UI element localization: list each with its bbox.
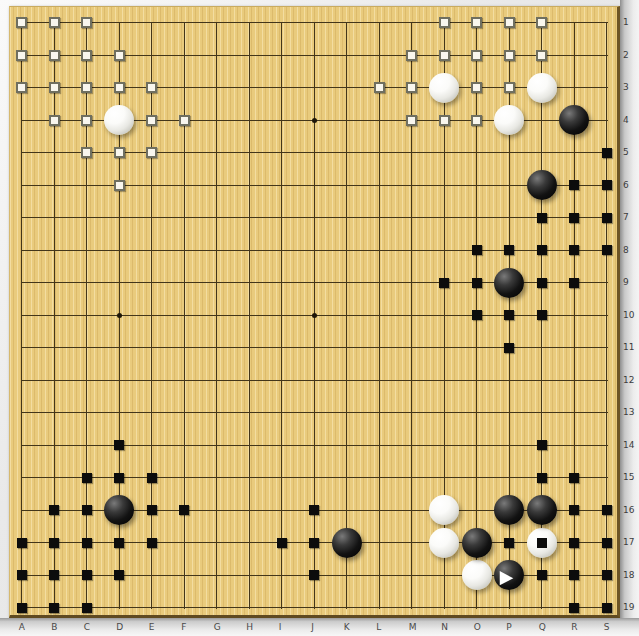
white-square-marker xyxy=(49,17,60,28)
grid-line-horizontal xyxy=(22,250,608,251)
column-label: R xyxy=(571,623,577,632)
white-square-marker xyxy=(406,50,417,61)
white-square-marker xyxy=(504,50,515,61)
column-label: B xyxy=(51,623,57,632)
grid-line-vertical xyxy=(346,23,347,609)
row-label: 2 xyxy=(623,51,629,60)
white-square-marker xyxy=(16,17,27,28)
white-stone[interactable] xyxy=(429,73,459,103)
column-label: D xyxy=(116,623,123,632)
white-square-marker xyxy=(81,17,92,28)
black-square-marker xyxy=(602,180,612,190)
black-square-marker xyxy=(569,538,579,548)
black-square-marker xyxy=(602,538,612,548)
white-square-marker xyxy=(81,50,92,61)
row-label: 16 xyxy=(623,506,634,515)
white-square-marker xyxy=(114,147,125,158)
row-label: 12 xyxy=(623,376,634,385)
star-point xyxy=(312,313,317,318)
black-square-marker xyxy=(17,538,27,548)
column-label: H xyxy=(246,623,253,632)
row-label: 17 xyxy=(623,538,634,547)
black-stone[interactable] xyxy=(527,495,557,525)
white-square-marker xyxy=(81,82,92,93)
black-square-marker xyxy=(17,570,27,580)
black-square-marker xyxy=(82,570,92,580)
black-square-marker xyxy=(472,310,482,320)
white-square-marker xyxy=(439,50,450,61)
grid-line-vertical xyxy=(606,23,607,609)
white-square-marker xyxy=(374,82,385,93)
white-square-marker xyxy=(439,17,450,28)
row-label: 7 xyxy=(623,213,629,222)
black-square-marker xyxy=(114,538,124,548)
grid-line-vertical xyxy=(184,23,185,609)
black-square-marker xyxy=(569,570,579,580)
grid-line-horizontal xyxy=(22,380,608,381)
black-square-marker xyxy=(504,538,514,548)
black-square-marker xyxy=(114,473,124,483)
row-label: 10 xyxy=(623,311,634,320)
black-square-marker xyxy=(82,505,92,515)
black-square-marker xyxy=(569,473,579,483)
black-square-marker xyxy=(537,570,547,580)
row-label: 18 xyxy=(623,571,634,580)
black-stone[interactable] xyxy=(332,528,362,558)
black-square-marker xyxy=(49,603,59,613)
row-label: 5 xyxy=(623,148,629,157)
grid-line-vertical xyxy=(86,23,87,609)
black-square-marker xyxy=(82,603,92,613)
black-square-marker xyxy=(439,278,449,288)
white-square-marker xyxy=(471,17,482,28)
column-label: K xyxy=(344,623,350,632)
grid-line-vertical xyxy=(249,23,250,609)
black-square-marker xyxy=(569,505,579,515)
grid-line-horizontal xyxy=(22,347,608,348)
black-stone[interactable] xyxy=(494,268,524,298)
black-square-marker xyxy=(504,310,514,320)
black-square-marker xyxy=(569,245,579,255)
go-board-diagram: 12345678910111213141516171819ABCDEFGHIJK… xyxy=(0,0,639,636)
row-label: 8 xyxy=(623,246,629,255)
black-square-marker xyxy=(49,505,59,515)
black-square-marker xyxy=(147,538,157,548)
white-square-marker xyxy=(179,115,190,126)
black-square-marker xyxy=(82,473,92,483)
black-square-marker xyxy=(472,278,482,288)
black-square-marker xyxy=(537,278,547,288)
black-square-marker xyxy=(537,213,547,223)
column-label: S xyxy=(604,623,610,632)
grid-line-vertical xyxy=(281,23,282,609)
black-square-marker xyxy=(82,538,92,548)
grid-line-horizontal xyxy=(22,152,608,153)
black-square-marker xyxy=(569,213,579,223)
black-square-marker xyxy=(569,180,579,190)
stone-mark-black-square xyxy=(537,538,547,548)
black-square-marker xyxy=(277,538,287,548)
black-square-marker xyxy=(17,603,27,613)
white-square-marker xyxy=(81,115,92,126)
black-square-marker xyxy=(569,603,579,613)
white-square-marker xyxy=(146,115,157,126)
row-label-strip xyxy=(620,0,639,618)
white-square-marker xyxy=(146,82,157,93)
black-square-marker xyxy=(504,245,514,255)
row-label: 11 xyxy=(623,343,634,352)
column-label: O xyxy=(474,623,481,632)
black-stone[interactable] xyxy=(527,170,557,200)
white-square-marker xyxy=(504,17,515,28)
white-square-marker xyxy=(49,50,60,61)
grid-line-vertical xyxy=(21,23,22,609)
black-square-marker xyxy=(602,505,612,515)
black-square-marker xyxy=(537,245,547,255)
black-square-marker xyxy=(472,245,482,255)
white-square-marker xyxy=(536,50,547,61)
grid-line-vertical xyxy=(216,23,217,609)
white-square-marker xyxy=(504,82,515,93)
row-label: 14 xyxy=(623,441,634,450)
white-square-marker xyxy=(471,82,482,93)
row-label: 6 xyxy=(623,181,629,190)
black-square-marker xyxy=(179,505,189,515)
white-square-marker xyxy=(406,115,417,126)
black-square-marker xyxy=(114,440,124,450)
white-square-marker xyxy=(81,147,92,158)
column-label: J xyxy=(311,623,314,632)
white-square-marker xyxy=(114,180,125,191)
black-square-marker xyxy=(537,440,547,450)
star-point xyxy=(312,118,317,123)
white-stone[interactable] xyxy=(527,73,557,103)
grid-line-horizontal xyxy=(22,22,608,23)
black-square-marker xyxy=(602,148,612,158)
grid-line-horizontal xyxy=(22,412,608,413)
row-label: 3 xyxy=(623,83,629,92)
black-square-marker xyxy=(49,538,59,548)
black-square-marker xyxy=(537,473,547,483)
grid-line-vertical xyxy=(54,23,55,609)
star-point xyxy=(117,313,122,318)
white-square-marker xyxy=(114,50,125,61)
grid-line-vertical xyxy=(379,23,380,609)
white-square-marker xyxy=(49,82,60,93)
black-square-marker xyxy=(602,603,612,613)
black-square-marker xyxy=(569,278,579,288)
black-square-marker xyxy=(309,570,319,580)
black-square-marker xyxy=(49,570,59,580)
row-label: 1 xyxy=(623,18,629,27)
white-square-marker xyxy=(146,147,157,158)
white-square-marker xyxy=(406,82,417,93)
column-label: M xyxy=(409,623,417,632)
white-square-marker xyxy=(471,115,482,126)
white-stone[interactable] xyxy=(429,528,459,558)
black-square-marker xyxy=(602,245,612,255)
grid-line-horizontal xyxy=(22,607,608,608)
white-square-marker xyxy=(439,115,450,126)
black-square-marker xyxy=(309,538,319,548)
column-label: E xyxy=(149,623,155,632)
row-label: 4 xyxy=(623,116,629,125)
row-label: 9 xyxy=(623,278,629,287)
column-label: C xyxy=(84,623,90,632)
column-label: L xyxy=(376,623,381,632)
grid-line-horizontal xyxy=(22,55,608,56)
white-square-marker xyxy=(471,50,482,61)
white-square-marker xyxy=(16,50,27,61)
column-label: N xyxy=(441,623,448,632)
black-square-marker xyxy=(537,310,547,320)
white-stone[interactable] xyxy=(462,560,492,590)
column-label: P xyxy=(506,623,511,632)
column-label: G xyxy=(214,623,221,632)
black-square-marker xyxy=(114,570,124,580)
column-label: A xyxy=(19,623,25,632)
white-square-marker xyxy=(16,82,27,93)
black-square-marker xyxy=(504,343,514,353)
row-label: 13 xyxy=(623,408,634,417)
grid-line-horizontal xyxy=(22,217,608,218)
black-square-marker xyxy=(602,570,612,580)
grid-line-horizontal xyxy=(22,477,608,478)
row-label: 15 xyxy=(623,473,634,482)
grid-line-horizontal xyxy=(22,185,608,186)
white-square-marker xyxy=(114,82,125,93)
column-label: I xyxy=(279,623,282,632)
grid-line-horizontal xyxy=(22,445,608,446)
black-square-marker xyxy=(147,473,157,483)
grid-line-vertical xyxy=(411,23,412,609)
white-square-marker xyxy=(49,115,60,126)
grid-line-vertical xyxy=(151,23,152,609)
grid-line-horizontal xyxy=(22,87,608,88)
black-square-marker xyxy=(602,213,612,223)
column-label: Q xyxy=(539,623,546,632)
white-square-marker xyxy=(536,17,547,28)
column-label: F xyxy=(181,623,186,632)
black-square-marker xyxy=(147,505,157,515)
black-stone[interactable] xyxy=(462,528,492,558)
row-label: 19 xyxy=(623,603,634,612)
black-square-marker xyxy=(309,505,319,515)
